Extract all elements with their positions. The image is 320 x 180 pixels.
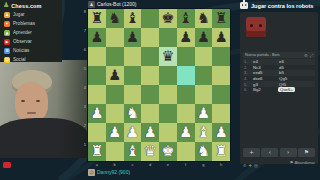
- square-e1[interactable]: ♚: [159, 142, 177, 161]
- sidebar-item-problemas[interactable]: ✦Problemas: [0, 19, 62, 28]
- move-white[interactable]: Bg2: [252, 87, 278, 92]
- black-knight-g8: ♞: [197, 9, 210, 28]
- square-g1[interactable]: ♞: [195, 142, 213, 161]
- white-rook-a1: ♜: [90, 142, 103, 161]
- square-h8[interactable]: ♜: [212, 9, 230, 28]
- move-list: 1.e4e62.Nc3d53.exd5b54.dxe6Qg55.g3Qf56.B…: [243, 59, 315, 93]
- square-b6[interactable]: [106, 47, 124, 66]
- square-g8[interactable]: ♞: [195, 9, 213, 28]
- square-d3[interactable]: [141, 104, 159, 123]
- menu-grid-icon[interactable]: ▤: [254, 163, 258, 168]
- streamer-eye-left: [21, 100, 25, 102]
- square-c8[interactable]: ♝: [124, 9, 142, 28]
- square-d5[interactable]: [141, 66, 159, 85]
- black-pawn-a7: ♟: [90, 28, 103, 47]
- square-d1[interactable]: ♛: [141, 142, 159, 161]
- watch-icon: ▶: [4, 39, 10, 45]
- sidebar-item-label: Noticias: [13, 48, 29, 53]
- black-pawn-f7: ♟: [179, 28, 192, 47]
- sidebar-item-label: Problemas: [13, 21, 35, 26]
- square-b2[interactable]: ♟: [106, 123, 124, 142]
- opponent-avatar[interactable]: ♟: [88, 1, 95, 8]
- player-bar: ☺ Danny92 (900): [88, 168, 230, 176]
- sidebar-item-more[interactable]: Más...: [0, 64, 62, 71]
- square-f6[interactable]: [177, 47, 195, 66]
- white-bishop-g2: ♝: [197, 123, 210, 142]
- move-white[interactable]: exd5: [252, 70, 278, 75]
- sidebar: ♟ Chess.com ♟Jugar✦Problemas▲Aprender▶Ob…: [0, 0, 62, 62]
- square-a3[interactable]: ♟: [88, 104, 106, 123]
- white-knight-g1: ♞: [197, 142, 210, 161]
- square-b4[interactable]: [106, 85, 124, 104]
- rank-label-3: 3: [80, 104, 86, 123]
- moves-expand-icon[interactable]: ⤢: [310, 53, 313, 58]
- white-king-e1: ♚: [161, 142, 174, 161]
- puzzle-icon: ✦: [4, 21, 10, 27]
- square-f5[interactable]: [177, 66, 195, 85]
- move-white[interactable]: e4: [252, 59, 278, 64]
- square-b5[interactable]: ♟: [106, 66, 124, 85]
- square-h4[interactable]: [212, 85, 230, 104]
- sidebar-item-aprender[interactable]: ▲Aprender: [0, 28, 62, 37]
- move-black[interactable]: b5: [278, 70, 304, 75]
- square-a1[interactable]: ♜: [88, 142, 106, 161]
- square-b3[interactable]: [106, 104, 124, 123]
- square-f2[interactable]: ♟: [177, 123, 195, 142]
- moves-header: Nueva partida - Bots ⚙⤢: [243, 52, 315, 58]
- square-g4[interactable]: [195, 85, 213, 104]
- black-bishop-c8: ♝: [126, 9, 139, 28]
- move-white[interactable]: g3: [252, 82, 278, 87]
- file-label-a: a: [88, 162, 106, 168]
- square-c5[interactable]: [124, 66, 142, 85]
- black-rook-h8: ♜: [215, 9, 228, 28]
- square-e2[interactable]: [159, 123, 177, 142]
- square-g7[interactable]: ♟: [195, 28, 213, 47]
- square-c7[interactable]: ♟: [124, 28, 142, 47]
- square-h5[interactable]: [212, 66, 230, 85]
- webcam-video: [0, 60, 87, 158]
- square-e4[interactable]: [159, 85, 177, 104]
- white-pawn-a3: ♟: [90, 104, 103, 123]
- rank-label-8: 8: [80, 9, 86, 28]
- sidebar-item-label: Observar: [13, 39, 32, 44]
- square-c3[interactable]: ♞: [124, 104, 142, 123]
- rank-label-1: 1: [80, 142, 86, 161]
- square-g6[interactable]: [195, 47, 213, 66]
- resign-button[interactable]: ⚑ Abandonar: [290, 160, 315, 165]
- black-bishop-f8: ♝: [179, 9, 192, 28]
- white-pawn-c2: ♟: [126, 123, 139, 142]
- opponent-bar: ♟ Carlos-Bot (1200): [88, 0, 230, 8]
- move-black[interactable]: d5: [278, 65, 304, 70]
- streamer-eye-right: [36, 100, 40, 102]
- white-pawn-g3: ♟: [197, 104, 210, 123]
- chesscom-logo[interactable]: ♟ Chess.com: [0, 0, 62, 10]
- sidebar-item-observar[interactable]: ▶Observar: [0, 37, 62, 46]
- move-row-6: 6.Bg2Qxe6+: [243, 87, 315, 93]
- opponent-name: Carlos-Bot (1200): [97, 1, 136, 7]
- move-black[interactable]: Qf5: [278, 82, 304, 87]
- file-label-e: e: [159, 162, 177, 168]
- black-pawn-h7: ♟: [215, 28, 228, 47]
- square-g2[interactable]: ♝: [195, 123, 213, 142]
- square-h3[interactable]: [212, 104, 230, 123]
- chess-board[interactable]: ♜♞♝♚♝♞♜♟♟♟♟♟♛♟♟♞♟♟♟♟♟♝♟♜♝♛♚♞♜: [88, 9, 230, 161]
- square-h1[interactable]: ♜: [212, 142, 230, 161]
- square-f7[interactable]: ♟: [177, 28, 195, 47]
- settings-icon[interactable]: ⚙: [243, 163, 247, 168]
- file-labels: abcdefgh: [88, 162, 230, 168]
- square-e7[interactable]: [159, 28, 177, 47]
- square-g5[interactable]: [195, 66, 213, 85]
- move-white[interactable]: Nc3: [252, 65, 278, 70]
- flag-button[interactable]: ⚑: [298, 148, 315, 157]
- square-b7[interactable]: [106, 28, 124, 47]
- square-d2[interactable]: ♟: [141, 123, 159, 142]
- game-panel: Nueva partida - Bots ⚙⤢ 1.e4e62.Nc3d53.e…: [240, 12, 318, 164]
- logo-text: Chess.com: [11, 3, 41, 9]
- square-a2[interactable]: [88, 123, 106, 142]
- file-label-d: d: [141, 162, 159, 168]
- move-number: 4.: [243, 76, 252, 81]
- black-king-e8: ♚: [161, 9, 174, 28]
- rank-label-5: 5: [80, 66, 86, 85]
- rank-label-4: 4: [80, 85, 86, 104]
- streamer-face: [15, 82, 48, 122]
- square-h2[interactable]: ♟: [212, 123, 230, 142]
- player-name: Danny92 (900): [97, 169, 130, 175]
- move-white[interactable]: dxe6: [252, 76, 278, 81]
- live-badge: [3, 162, 11, 168]
- sidebar-item-label: Social: [13, 57, 26, 62]
- add-icon[interactable]: ✚: [249, 163, 252, 168]
- pawn-icon: ♟: [4, 12, 10, 18]
- white-bishop-c1: ♝: [126, 142, 139, 161]
- square-d7[interactable]: [141, 28, 159, 47]
- square-c1[interactable]: ♝: [124, 142, 142, 161]
- square-d4[interactable]: [141, 85, 159, 104]
- square-f1[interactable]: [177, 142, 195, 161]
- square-b8[interactable]: ♞: [106, 9, 124, 28]
- move-number: 5.: [243, 82, 252, 87]
- moves-header-icons: ⚙⤢: [302, 53, 313, 58]
- rank-label-7: 7: [80, 28, 86, 47]
- white-knight-c3: ♞: [126, 104, 139, 123]
- sidebar-item-jugar[interactable]: ♟Jugar: [0, 10, 62, 19]
- black-pawn-b5: ♟: [108, 66, 121, 85]
- black-pawn-g7: ♟: [197, 28, 210, 47]
- streamer-mouth: [27, 112, 36, 114]
- black-queen-e6: ♛: [161, 47, 174, 66]
- sidebar-item-social[interactable]: ☺Social: [0, 55, 62, 64]
- move-black[interactable]: Qg5: [278, 76, 304, 81]
- rank-label-6: 6: [80, 47, 86, 66]
- white-rook-h1: ♜: [215, 142, 228, 161]
- back-button[interactable]: ‹: [261, 148, 278, 157]
- square-a8[interactable]: ♜: [88, 9, 106, 28]
- square-h7[interactable]: ♟: [212, 28, 230, 47]
- square-e3[interactable]: [159, 104, 177, 123]
- file-label-c: c: [124, 162, 142, 168]
- white-queen-d1: ♛: [144, 142, 157, 161]
- square-c2[interactable]: ♟: [124, 123, 142, 142]
- square-g3[interactable]: ♟: [195, 104, 213, 123]
- square-d6[interactable]: [141, 47, 159, 66]
- square-f8[interactable]: ♝: [177, 9, 195, 28]
- file-label-f: f: [177, 162, 195, 168]
- black-knight-b8: ♞: [108, 9, 121, 28]
- square-a7[interactable]: ♟: [88, 28, 106, 47]
- square-e6[interactable]: ♛: [159, 47, 177, 66]
- square-f4[interactable]: [177, 85, 195, 104]
- file-label-b: b: [106, 162, 124, 168]
- sidebar-item-label: Aprender: [13, 30, 32, 35]
- bot-avatar[interactable]: [246, 17, 266, 37]
- square-b1[interactable]: [106, 142, 124, 161]
- square-c6[interactable]: [124, 47, 142, 66]
- black-rook-a8: ♜: [90, 9, 103, 28]
- square-h6[interactable]: [212, 47, 230, 66]
- player-avatar[interactable]: ☺: [88, 169, 95, 176]
- sidebar-item-label: Jugar: [13, 12, 25, 17]
- square-c4[interactable]: [124, 85, 142, 104]
- file-label-h: h: [212, 162, 230, 168]
- move-number: 1.: [243, 59, 252, 64]
- social-icon: ☺: [4, 57, 10, 63]
- file-label-g: g: [195, 162, 213, 168]
- white-pawn-b2: ♟: [108, 123, 121, 142]
- bots-header: Jugar contra los robots: [240, 1, 318, 10]
- bots-header-title: Jugar contra los robots: [251, 3, 313, 9]
- news-icon: ☰: [4, 48, 10, 54]
- white-pawn-d2: ♟: [144, 123, 157, 142]
- white-pawn-f2: ♟: [179, 123, 192, 142]
- forward-button[interactable]: ›: [280, 148, 297, 157]
- pawn-logo-icon: ♟: [3, 2, 9, 9]
- robot-icon: [240, 2, 248, 9]
- square-a4[interactable]: [88, 85, 106, 104]
- black-pawn-c7: ♟: [126, 28, 139, 47]
- square-d8[interactable]: [141, 9, 159, 28]
- move-black[interactable]: Qxe6+: [278, 87, 295, 92]
- square-f3[interactable]: [177, 104, 195, 123]
- move-number: 6.: [243, 87, 252, 92]
- learn-icon: ▲: [4, 30, 10, 36]
- white-pawn-h2: ♟: [215, 123, 228, 142]
- move-black[interactable]: e6: [278, 59, 304, 64]
- square-a6[interactable]: [88, 47, 106, 66]
- rank-label-2: 2: [80, 123, 86, 142]
- square-e8[interactable]: ♚: [159, 9, 177, 28]
- square-e5[interactable]: [159, 66, 177, 85]
- moves-header-label: Nueva partida - Bots: [245, 53, 300, 57]
- moves-settings-icon[interactable]: ⚙: [304, 53, 308, 58]
- move-number: 2.: [243, 65, 252, 70]
- panel-footer: ⚙✚▤ ⚑ Abandonar: [243, 159, 315, 165]
- rank-labels: 87654321: [80, 9, 86, 161]
- sidebar-item-noticias[interactable]: ☰Noticias: [0, 46, 62, 55]
- move-number: 3.: [243, 70, 252, 75]
- square-a5[interactable]: [88, 66, 106, 85]
